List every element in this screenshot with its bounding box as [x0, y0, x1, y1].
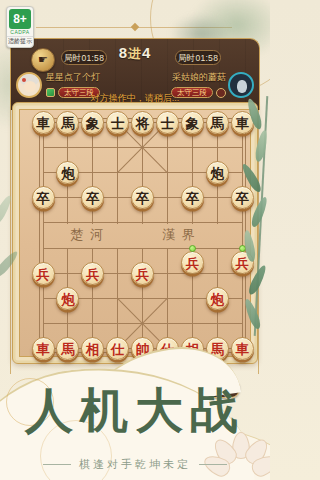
- grid-line: [167, 122, 168, 224]
- piece-black-象[interactable]: 象: [81, 111, 104, 134]
- right-player-rank: 太守三段: [171, 87, 213, 98]
- piece-black-士[interactable]: 士: [106, 111, 129, 134]
- board-surface[interactable]: 楚河 漢界 車馬象士将士象馬車炮炮卒卒卒卒卒兵兵兵兵兵炮炮車馬相仕帥仕相馬車: [19, 109, 251, 357]
- piece-red-車[interactable]: 車: [231, 337, 254, 360]
- banner-subtitle: 棋逢对手乾坤未定: [79, 457, 191, 472]
- right-player-avatar[interactable]: [228, 72, 254, 98]
- age-rating-org: CADPA: [7, 29, 33, 36]
- piece-black-卒[interactable]: 卒: [231, 186, 254, 209]
- age-rating-caption: 适龄提示: [7, 36, 33, 45]
- piece-black-将[interactable]: 将: [131, 111, 154, 134]
- piece-red-仕[interactable]: 仕: [106, 337, 129, 360]
- left-player-avatar[interactable]: [16, 72, 42, 98]
- age-rating-badge: 8+ CADPA 适龄提示: [6, 6, 34, 48]
- grid-line: [242, 122, 243, 350]
- piece-black-卒[interactable]: 卒: [181, 186, 204, 209]
- grid-line: [43, 248, 243, 249]
- age-rating-number: 8+: [9, 9, 31, 29]
- gold-diamond-decor: [131, 23, 139, 31]
- match-header-panel: ☛ 局时01:58 8进4 局时01:58 星星点了个灯 太守三段 对方操作中，…: [10, 38, 260, 110]
- right-timer: 局时01:58: [175, 50, 221, 65]
- subtitle-line-decor: [43, 464, 71, 465]
- right-timer-value: 01:58: [195, 53, 218, 63]
- piece-red-兵[interactable]: 兵: [231, 251, 254, 274]
- round-title: 8进4: [11, 44, 259, 63]
- move-hint-dot: [189, 245, 196, 252]
- piece-black-馬[interactable]: 馬: [206, 111, 229, 134]
- right-player-badges: 太守三段: [171, 87, 226, 98]
- piece-black-象[interactable]: 象: [181, 111, 204, 134]
- round-prefix: 8: [119, 44, 128, 61]
- piece-black-車[interactable]: 車: [231, 111, 254, 134]
- round-suffix: 4: [142, 44, 151, 61]
- green-gem-icon: [46, 88, 55, 97]
- banner-subtitle-row: 棋逢对手乾坤未定: [0, 457, 270, 472]
- grid-line: [43, 222, 243, 223]
- piece-red-馬[interactable]: 馬: [56, 337, 79, 360]
- piece-black-馬[interactable]: 馬: [56, 111, 79, 134]
- right-timer-label: 局时: [178, 53, 196, 63]
- frame-line-decor: [258, 108, 259, 374]
- piece-red-兵[interactable]: 兵: [32, 262, 55, 285]
- banner-title: 人机大战: [0, 384, 270, 437]
- board-frame: 楚河 漢界 車馬象士将士象馬車炮炮卒卒卒卒卒兵兵兵兵兵炮炮車馬相仕帥仕相馬車: [12, 102, 258, 364]
- move-hint-dot: [239, 245, 246, 252]
- avatar-figure-decor: [237, 80, 247, 93]
- subtitle-line-decor: [199, 464, 227, 465]
- avatar-face-decor: [24, 81, 36, 92]
- avatar-flower-decor: [22, 78, 26, 82]
- piece-red-炮[interactable]: 炮: [206, 287, 229, 310]
- right-player-name: 采姑娘的蘑菇: [172, 71, 226, 84]
- piece-red-車[interactable]: 車: [32, 337, 55, 360]
- piece-black-士[interactable]: 士: [156, 111, 179, 134]
- piece-red-兵[interactable]: 兵: [81, 262, 104, 285]
- piece-red-兵[interactable]: 兵: [181, 251, 204, 274]
- piece-red-相[interactable]: 相: [81, 337, 104, 360]
- piece-black-卒[interactable]: 卒: [32, 186, 55, 209]
- piece-black-車[interactable]: 車: [32, 111, 55, 134]
- left-player-name: 星星点了个灯: [46, 71, 100, 84]
- round-mid: 进: [128, 46, 142, 61]
- piece-black-炮[interactable]: 炮: [206, 161, 229, 184]
- medal-icon: [216, 88, 226, 98]
- piece-red-兵[interactable]: 兵: [131, 262, 154, 285]
- frame-line-decor: [10, 108, 11, 374]
- grid-line: [43, 122, 44, 350]
